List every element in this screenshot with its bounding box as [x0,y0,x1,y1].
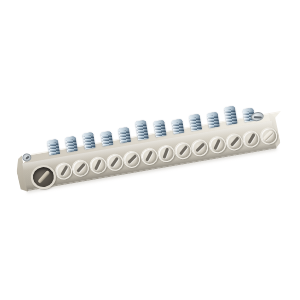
set-screw [65,136,78,153]
terminal-hole [88,155,108,175]
screw-slot [76,163,85,173]
terminal-hole [71,158,91,178]
terminal-hole [224,132,244,152]
bar-assembly [22,121,276,191]
set-screw [118,127,131,144]
set-screw [189,114,203,132]
terminal-hole [173,140,193,160]
terminal-hole [156,143,176,163]
screw-slot [263,130,274,141]
screw-slot [163,147,169,158]
screw-slot [214,139,221,150]
mounting-hole [29,163,58,191]
screw-slot [25,156,29,160]
mounting-screw-shaft [37,170,50,184]
screw-slot [94,159,101,170]
screw-slot [145,151,152,162]
screw-slot [195,142,205,152]
screw-slot [60,165,68,176]
set-screw [171,119,184,135]
bar-front-face [22,121,276,191]
terminal-hole [105,152,125,172]
terminal-hole [207,135,227,155]
terminal-hole [139,146,159,166]
set-screw [100,131,113,147]
set-screw [153,120,167,138]
terminal-hole [122,149,142,169]
screw-slot [247,133,255,144]
set-screw [224,106,238,126]
terminal-hole [241,129,261,149]
screw-slot [179,145,188,155]
product-photo [0,0,300,300]
set-screw [47,139,60,156]
screw-slot [127,154,137,164]
set-screw [207,112,220,129]
set-screw [82,132,96,150]
screw-slot [230,136,239,146]
terminal-hole [54,161,74,181]
screw-slot [111,157,119,167]
terminal-hole [190,137,210,157]
set-screw [135,120,149,141]
screw-slot [253,116,261,118]
